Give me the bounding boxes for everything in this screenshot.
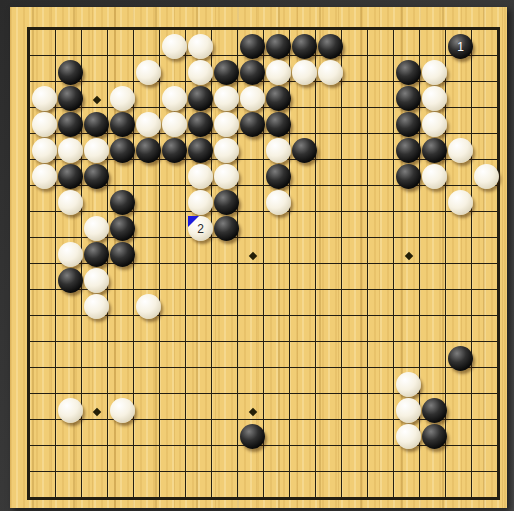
stone-black [266,112,291,137]
stone-black [240,112,265,137]
stone-black [188,138,213,163]
stone-black [110,190,135,215]
stone-black [214,190,239,215]
stone-white [188,190,213,215]
stone-white [188,34,213,59]
stone-white [266,60,291,85]
move-number-label: 1 [457,41,464,53]
stone-white [474,164,499,189]
stone-black [110,112,135,137]
stone-white [136,112,161,137]
stone-white [110,86,135,111]
stone-white [84,216,109,241]
stone-black [84,242,109,267]
stone-white [240,86,265,111]
stone-white [188,164,213,189]
stone-black [110,138,135,163]
stone-black [396,86,421,111]
stone-black [136,138,161,163]
stone-white [396,398,421,423]
stone-white [422,112,447,137]
stone-black [240,424,265,449]
stone-white [422,60,447,85]
stone-black [188,86,213,111]
stone-white [448,190,473,215]
stone-black [422,138,447,163]
stone-white [58,242,83,267]
stone-white [422,164,447,189]
stone-black [110,242,135,267]
stone-white [448,138,473,163]
stone-black [58,112,83,137]
stone-white [136,60,161,85]
go-app-window: 12 [0,0,514,511]
stone-white [32,86,57,111]
stone-white [84,268,109,293]
stone-black [292,34,317,59]
stone-black [84,164,109,189]
stone-black [422,398,447,423]
stone-black [58,60,83,85]
stone-white [396,372,421,397]
triangle-marker [188,216,199,227]
stone-white [214,112,239,137]
stone-black [188,112,213,137]
stone-black [58,268,83,293]
stone-white [32,164,57,189]
stone-black [58,164,83,189]
stone-white [84,294,109,319]
stone-black [396,112,421,137]
stone-black [396,60,421,85]
stone-white [136,294,161,319]
stone-white [162,34,187,59]
stone-black [110,216,135,241]
stone-black [214,216,239,241]
stone-black [58,86,83,111]
stone-white [318,60,343,85]
stone-white [422,86,447,111]
stone-black [396,138,421,163]
stone-white [396,424,421,449]
stone-black [266,164,291,189]
stone-white [214,138,239,163]
stone-black [396,164,421,189]
stone-black [266,34,291,59]
stone-white [292,60,317,85]
stone-white [266,190,291,215]
stone-white [266,138,291,163]
stone-black [240,34,265,59]
stone-white [84,138,109,163]
stone-black: 1 [448,34,473,59]
stone-white [214,86,239,111]
stone-black [162,138,187,163]
stone-white [162,112,187,137]
stone-white [32,112,57,137]
stone-white [32,138,57,163]
stone-white [162,86,187,111]
stone-black [266,86,291,111]
stone-black [292,138,317,163]
stone-white [58,190,83,215]
stone-black [422,424,447,449]
stone-black [318,34,343,59]
stone-white [58,398,83,423]
stone-black [448,346,473,371]
stone-black [84,112,109,137]
stone-black [214,60,239,85]
stone-white [188,60,213,85]
stone-white [110,398,135,423]
stone-black [240,60,265,85]
stone-white [58,138,83,163]
stone-white [214,164,239,189]
